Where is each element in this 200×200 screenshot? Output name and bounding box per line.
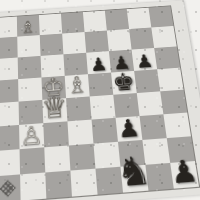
square-d2[interactable]: [69, 144, 96, 171]
square-d5[interactable]: ♗: [65, 74, 90, 98]
square-c2[interactable]: [44, 145, 70, 172]
chess-board-frame: ♗♟♟♟♔♗♚♕♙♟♞♟: [0, 0, 200, 200]
square-h5[interactable]: [157, 68, 183, 92]
square-e4[interactable]: [90, 95, 116, 120]
square-h1[interactable]: ♟: [170, 161, 199, 189]
square-a3[interactable]: [0, 125, 20, 151]
square-g5[interactable]: [134, 69, 160, 93]
square-h6[interactable]: [154, 46, 180, 69]
square-f7[interactable]: [107, 29, 132, 51]
square-c1[interactable]: [45, 171, 72, 199]
square-d1[interactable]: [70, 169, 97, 197]
square-c3[interactable]: [43, 121, 69, 147]
square-b2[interactable]: [20, 147, 46, 174]
square-b7[interactable]: [17, 35, 40, 57]
square-b8[interactable]: ♗: [17, 15, 40, 37]
white-bishop-d5[interactable]: ♗: [66, 75, 88, 99]
square-h4[interactable]: [160, 90, 187, 115]
square-a6[interactable]: [0, 57, 18, 80]
square-h3[interactable]: [163, 113, 191, 139]
square-g8[interactable]: [127, 8, 152, 29]
square-b1[interactable]: [20, 172, 46, 200]
black-pawn-f3[interactable]: ♟: [117, 116, 142, 142]
square-h7[interactable]: [151, 26, 176, 48]
square-c7[interactable]: [40, 34, 64, 56]
square-d4[interactable]: [66, 96, 91, 121]
chess-board[interactable]: ♗♟♟♟♔♗♚♕♙♟♞♟: [0, 5, 200, 200]
corner-ornament: [0, 180, 16, 197]
square-a1[interactable]: [0, 174, 21, 200]
white-bishop-b8[interactable]: ♗: [20, 20, 36, 37]
square-d8[interactable]: [61, 12, 85, 33]
square-f3[interactable]: ♟: [116, 116, 143, 142]
black-pawn-e6[interactable]: ♟: [89, 55, 108, 74]
square-c8[interactable]: [39, 14, 62, 36]
black-king-f5[interactable]: ♚: [112, 70, 137, 95]
square-g4[interactable]: [137, 91, 164, 116]
square-e3[interactable]: [92, 118, 118, 144]
square-a5[interactable]: [0, 79, 19, 103]
square-e6[interactable]: ♟: [86, 51, 111, 74]
square-b3[interactable]: ♙: [19, 123, 44, 149]
square-d7[interactable]: [62, 32, 86, 54]
square-g7[interactable]: [129, 27, 154, 49]
square-f1[interactable]: ♞: [120, 165, 148, 193]
square-a2[interactable]: [0, 149, 20, 176]
square-g6[interactable]: ♟: [132, 48, 158, 71]
square-b6[interactable]: [18, 56, 42, 79]
square-b5[interactable]: [18, 77, 42, 101]
photo-canvas: ♗♟♟♟♔♗♚♕♙♟♞♟: [0, 0, 200, 200]
square-e8[interactable]: [83, 11, 107, 32]
square-h8[interactable]: [149, 6, 174, 27]
square-a7[interactable]: [0, 37, 18, 59]
square-f8[interactable]: [105, 9, 129, 30]
white-pawn-b3[interactable]: ♙: [20, 123, 43, 149]
square-a4[interactable]: [0, 102, 19, 127]
square-f5[interactable]: ♚: [111, 71, 137, 95]
square-a8[interactable]: [0, 17, 17, 39]
square-e7[interactable]: [85, 31, 109, 53]
square-c4[interactable]: ♕: [42, 98, 67, 123]
black-pawn-g6[interactable]: ♟: [135, 52, 154, 71]
square-d3[interactable]: [67, 120, 93, 146]
black-knight-f1[interactable]: ♞: [114, 151, 153, 193]
square-g3[interactable]: [140, 114, 167, 140]
square-e5[interactable]: [88, 73, 113, 97]
white-queen-c4[interactable]: ♕: [41, 93, 69, 123]
black-pawn-h1[interactable]: ♟: [168, 156, 200, 189]
